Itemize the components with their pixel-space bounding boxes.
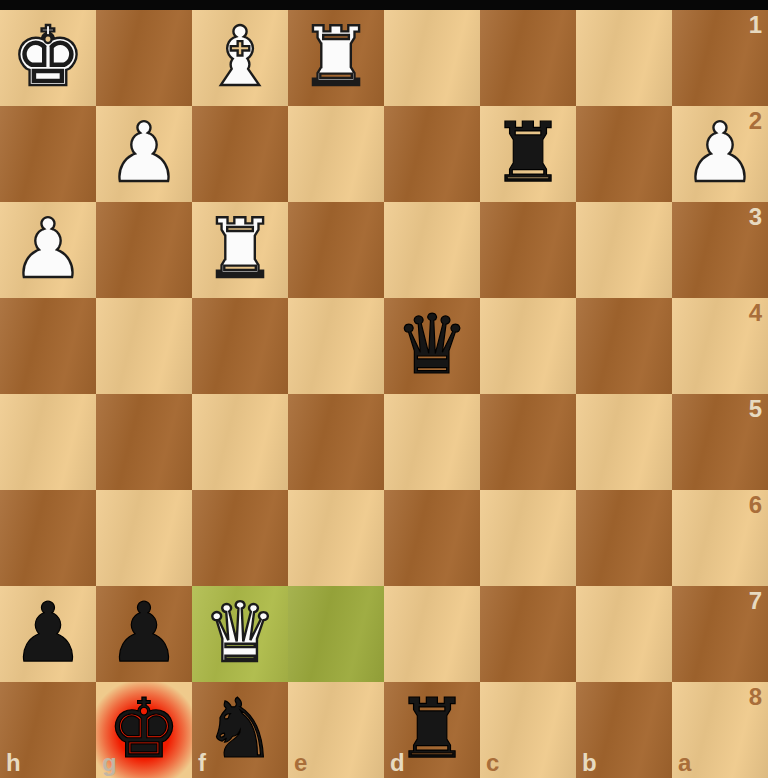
square-f7[interactable]: ♛ <box>192 586 288 682</box>
black-queen-icon[interactable]: ♛ <box>395 304 469 386</box>
file-label-b: b <box>582 751 597 775</box>
square-h3[interactable]: ♟ <box>0 202 96 298</box>
square-g3[interactable] <box>96 202 192 298</box>
square-a1[interactable]: 1 <box>672 10 768 106</box>
rank-label-8: 8 <box>749 685 762 709</box>
white-pawn-icon[interactable]: ♟ <box>683 112 757 194</box>
square-c4[interactable] <box>480 298 576 394</box>
black-king-icon[interactable]: ♚ <box>107 688 181 770</box>
square-b6[interactable] <box>576 490 672 586</box>
file-label-d: d <box>390 751 405 775</box>
square-f4[interactable] <box>192 298 288 394</box>
square-h2[interactable] <box>0 106 96 202</box>
rank-label-5: 5 <box>749 397 762 421</box>
top-bar <box>0 0 768 10</box>
square-e8[interactable]: e <box>288 682 384 778</box>
square-h8[interactable]: h <box>0 682 96 778</box>
chess-board: ♚♝♜1♟♜♟2♟♜3♛456♟♟♛7h♚g♞fe♜dcb8a <box>0 10 768 778</box>
square-a2[interactable]: ♟2 <box>672 106 768 202</box>
square-d4[interactable]: ♛ <box>384 298 480 394</box>
square-a5[interactable]: 5 <box>672 394 768 490</box>
square-a3[interactable]: 3 <box>672 202 768 298</box>
square-g5[interactable] <box>96 394 192 490</box>
file-label-c: c <box>486 751 499 775</box>
rank-label-1: 1 <box>749 13 762 37</box>
square-a7[interactable]: 7 <box>672 586 768 682</box>
white-bishop-icon[interactable]: ♝ <box>203 16 277 98</box>
square-a6[interactable]: 6 <box>672 490 768 586</box>
square-a4[interactable]: 4 <box>672 298 768 394</box>
white-rook-icon[interactable]: ♜ <box>203 208 277 290</box>
file-label-f: f <box>198 751 206 775</box>
square-b3[interactable] <box>576 202 672 298</box>
square-d5[interactable] <box>384 394 480 490</box>
square-g4[interactable] <box>96 298 192 394</box>
square-h1[interactable]: ♚ <box>0 10 96 106</box>
square-a8[interactable]: 8a <box>672 682 768 778</box>
rank-label-6: 6 <box>749 493 762 517</box>
white-rook-icon[interactable]: ♜ <box>299 16 373 98</box>
rank-label-2: 2 <box>749 109 762 133</box>
square-b8[interactable]: b <box>576 682 672 778</box>
square-e3[interactable] <box>288 202 384 298</box>
square-d3[interactable] <box>384 202 480 298</box>
square-c1[interactable] <box>480 10 576 106</box>
square-h6[interactable] <box>0 490 96 586</box>
square-e7[interactable] <box>288 586 384 682</box>
square-c3[interactable] <box>480 202 576 298</box>
white-king-icon[interactable]: ♚ <box>11 16 85 98</box>
square-b4[interactable] <box>576 298 672 394</box>
square-f2[interactable] <box>192 106 288 202</box>
file-label-g: g <box>102 751 117 775</box>
square-d6[interactable] <box>384 490 480 586</box>
square-e1[interactable]: ♜ <box>288 10 384 106</box>
square-g7[interactable]: ♟ <box>96 586 192 682</box>
black-rook-icon[interactable]: ♜ <box>395 688 469 770</box>
white-pawn-icon[interactable]: ♟ <box>107 112 181 194</box>
square-c2[interactable]: ♜ <box>480 106 576 202</box>
file-label-h: h <box>6 751 21 775</box>
rank-label-3: 3 <box>749 205 762 229</box>
rank-label-4: 4 <box>749 301 762 325</box>
square-f3[interactable]: ♜ <box>192 202 288 298</box>
file-label-a: a <box>678 751 691 775</box>
square-e4[interactable] <box>288 298 384 394</box>
square-e5[interactable] <box>288 394 384 490</box>
square-b7[interactable] <box>576 586 672 682</box>
square-g1[interactable] <box>96 10 192 106</box>
square-h5[interactable] <box>0 394 96 490</box>
square-b1[interactable] <box>576 10 672 106</box>
square-c8[interactable]: c <box>480 682 576 778</box>
square-c5[interactable] <box>480 394 576 490</box>
white-queen-icon[interactable]: ♛ <box>203 592 277 674</box>
screen: ♚♝♜1♟♜♟2♟♜3♛456♟♟♛7h♚g♞fe♜dcb8a <box>0 0 768 778</box>
square-d8[interactable]: ♜d <box>384 682 480 778</box>
square-f6[interactable] <box>192 490 288 586</box>
square-b5[interactable] <box>576 394 672 490</box>
square-c6[interactable] <box>480 490 576 586</box>
black-pawn-icon[interactable]: ♟ <box>11 592 85 674</box>
file-label-e: e <box>294 751 307 775</box>
square-e2[interactable] <box>288 106 384 202</box>
square-f5[interactable] <box>192 394 288 490</box>
square-c7[interactable] <box>480 586 576 682</box>
square-f8[interactable]: ♞f <box>192 682 288 778</box>
square-e6[interactable] <box>288 490 384 586</box>
black-rook-icon[interactable]: ♜ <box>491 112 565 194</box>
black-pawn-icon[interactable]: ♟ <box>107 592 181 674</box>
rank-label-7: 7 <box>749 589 762 613</box>
square-g8[interactable]: ♚g <box>96 682 192 778</box>
square-d7[interactable] <box>384 586 480 682</box>
square-d2[interactable] <box>384 106 480 202</box>
square-h7[interactable]: ♟ <box>0 586 96 682</box>
square-b2[interactable] <box>576 106 672 202</box>
white-pawn-icon[interactable]: ♟ <box>11 208 85 290</box>
square-g6[interactable] <box>96 490 192 586</box>
black-knight-icon[interactable]: ♞ <box>203 688 277 770</box>
square-h4[interactable] <box>0 298 96 394</box>
square-f1[interactable]: ♝ <box>192 10 288 106</box>
square-d1[interactable] <box>384 10 480 106</box>
square-g2[interactable]: ♟ <box>96 106 192 202</box>
